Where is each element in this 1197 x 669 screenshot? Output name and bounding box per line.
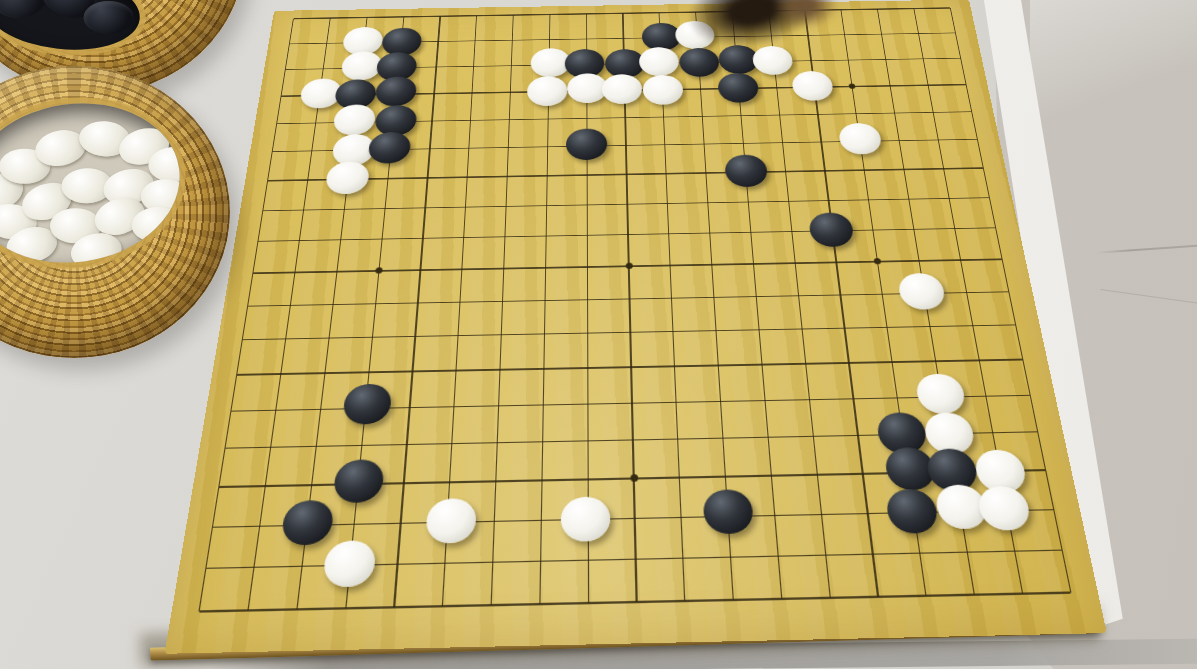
white-stone: [897, 273, 947, 310]
table-corner-highlight: [1030, 0, 1197, 120]
black-stone: [717, 73, 759, 103]
grid-line: [199, 19, 295, 612]
white-stone: [642, 75, 683, 105]
black-stone-in-bowl: [83, 0, 133, 33]
black-stone: [332, 459, 385, 503]
white-stone: [425, 498, 477, 544]
star-point: [849, 84, 856, 89]
white-stone: [639, 47, 680, 76]
grid-line: [491, 15, 514, 605]
black-stone: [702, 490, 754, 535]
white-stone: [526, 76, 567, 106]
white-stone: [791, 71, 835, 101]
star-point: [375, 268, 383, 274]
star-point: [874, 258, 882, 264]
white-stone: [752, 46, 794, 75]
hand-shadow: [772, 0, 838, 28]
white-stone: [324, 161, 370, 194]
black-stone: [375, 76, 418, 106]
white-stone: [322, 540, 377, 587]
black-stone: [342, 384, 393, 425]
white-stone: [914, 374, 967, 415]
star-point: [630, 475, 638, 483]
black-stone: [280, 500, 335, 546]
black-stone-in-bowl: [0, 0, 50, 21]
white-stone: [975, 486, 1032, 531]
white-bowl-opening: [0, 90, 190, 276]
black-stone: [566, 128, 608, 160]
black-stone: [368, 132, 412, 164]
black-stone: [724, 154, 768, 187]
black-bowl-opening: [0, 0, 144, 57]
bowl-of-white-stones: [0, 66, 230, 358]
board-surface[interactable]: [164, 0, 1106, 654]
black-stone: [885, 489, 940, 534]
white-stone: [561, 496, 611, 542]
white-stone: [332, 105, 376, 136]
go-board[interactable]: [164, 0, 1106, 654]
white-stone: [837, 123, 882, 155]
white-stone: [602, 74, 643, 104]
black-stone: [808, 212, 855, 247]
star-point: [625, 263, 632, 269]
